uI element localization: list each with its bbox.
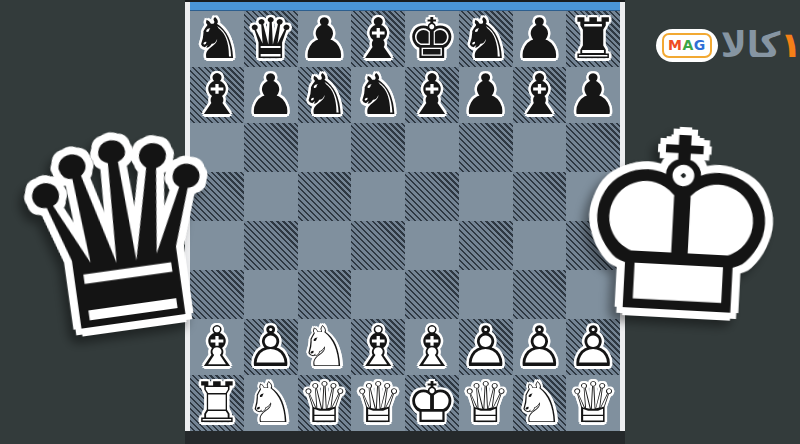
square-e6 (405, 123, 459, 172)
logo-word: کالا (721, 28, 781, 63)
logo-number: ۱۹ (780, 28, 800, 63)
square-e3 (405, 270, 459, 319)
black-queen-sticker: ♛ (0, 102, 260, 369)
white-pawn: ♟♙ (461, 319, 511, 375)
white-pawn: ♟♙ (514, 319, 564, 375)
square-b4 (244, 221, 298, 270)
black-bishop: ♝ (514, 67, 564, 123)
square-f1: ♛♕ (459, 375, 513, 431)
white-king-sticker: ♚ ♔ (572, 107, 789, 347)
19kala-mag-logo: MAG ۱۹ کالا (656, 25, 800, 65)
square-c3 (298, 270, 352, 319)
square-e7: ♝ (405, 67, 459, 123)
white-knight: ♞♘ (514, 375, 564, 431)
square-c2: ♞♘ (298, 319, 352, 375)
square-c6 (298, 123, 352, 172)
square-c7: ♞ (298, 67, 352, 123)
white-queen: ♛♕ (461, 375, 511, 431)
square-a1: ♜♖ (190, 375, 244, 431)
queen-glyph: ♛ (0, 96, 251, 375)
square-f6 (459, 123, 513, 172)
square-f8: ♞ (459, 11, 513, 67)
square-b5 (244, 172, 298, 221)
black-queen: ♛ (246, 11, 296, 67)
white-queen: ♛♕ (353, 375, 403, 431)
square-e1: ♚♔ (405, 375, 459, 431)
white-bishop: ♝♗ (407, 319, 457, 375)
square-h1: ♛♕ (566, 375, 620, 431)
square-g2: ♟♙ (513, 319, 567, 375)
square-g5 (513, 172, 567, 221)
black-knight: ♞ (299, 67, 349, 123)
black-bishop: ♝ (407, 67, 457, 123)
mag-badge: MAG (662, 33, 712, 58)
square-d3 (351, 270, 405, 319)
square-d8: ♝ (351, 11, 405, 67)
black-knight: ♞ (192, 11, 242, 67)
square-c5 (298, 172, 352, 221)
black-rook: ♜ (568, 11, 618, 67)
logo-persian-text: ۱۹ کالا (721, 28, 800, 63)
mag-letter-m: M (668, 37, 682, 53)
mag-pill: MAG (656, 29, 718, 62)
black-pawn: ♟ (461, 67, 511, 123)
white-knight: ♞♘ (246, 375, 296, 431)
square-c1: ♛♕ (298, 375, 352, 431)
square-d2: ♝♗ (351, 319, 405, 375)
square-g3 (513, 270, 567, 319)
promo-graphic: { "game": "chess", "position": { "fen": … (0, 0, 800, 444)
square-e2: ♝♗ (405, 319, 459, 375)
square-d4 (351, 221, 405, 270)
white-king: ♚♔ (407, 375, 457, 431)
white-rook: ♜♖ (192, 375, 242, 431)
board-bottom-bar (185, 431, 625, 444)
mag-letter-a: A (682, 37, 693, 53)
square-b8: ♛ (244, 11, 298, 67)
square-d1: ♛♕ (351, 375, 405, 431)
square-f5 (459, 172, 513, 221)
square-b1: ♞♘ (244, 375, 298, 431)
king-glyph-outline: ♔ (567, 102, 794, 353)
black-king: ♚ (407, 11, 457, 67)
chess-board: ♞♛♟♝♚♞♟♜♝♟♞♞♝♟♝♟♝♗♟♙♞♘♝♗♝♗♟♙♟♙♟♙♜♖♞♘♛♕♛♕… (185, 0, 625, 444)
square-h8: ♜ (566, 11, 620, 67)
square-a8: ♞ (190, 11, 244, 67)
board-grid: ♞♛♟♝♚♞♟♜♝♟♞♞♝♟♝♟♝♗♟♙♞♘♝♗♝♗♟♙♟♙♟♙♜♖♞♘♛♕♛♕… (190, 11, 620, 431)
square-c8: ♟ (298, 11, 352, 67)
square-f3 (459, 270, 513, 319)
square-d5 (351, 172, 405, 221)
square-f2: ♟♙ (459, 319, 513, 375)
white-bishop: ♝♗ (353, 319, 403, 375)
square-e8: ♚ (405, 11, 459, 67)
square-d6 (351, 123, 405, 172)
black-knight: ♞ (461, 11, 511, 67)
mag-letter-g: G (694, 37, 706, 53)
square-g6 (513, 123, 567, 172)
white-knight: ♞♘ (299, 319, 349, 375)
black-pawn: ♟ (246, 67, 296, 123)
black-pawn: ♟ (514, 11, 564, 67)
white-queen: ♛♕ (299, 375, 349, 431)
square-f4 (459, 221, 513, 270)
square-g8: ♟ (513, 11, 567, 67)
black-pawn: ♟ (299, 11, 349, 67)
square-f7: ♟ (459, 67, 513, 123)
black-knight: ♞ (353, 67, 403, 123)
square-g4 (513, 221, 567, 270)
square-e4 (405, 221, 459, 270)
square-b6 (244, 123, 298, 172)
square-b7: ♟ (244, 67, 298, 123)
square-c4 (298, 221, 352, 270)
black-bishop: ♝ (353, 11, 403, 67)
square-d7: ♞ (351, 67, 405, 123)
square-g7: ♝ (513, 67, 567, 123)
square-e5 (405, 172, 459, 221)
white-queen: ♛♕ (568, 375, 618, 431)
square-g1: ♞♘ (513, 375, 567, 431)
